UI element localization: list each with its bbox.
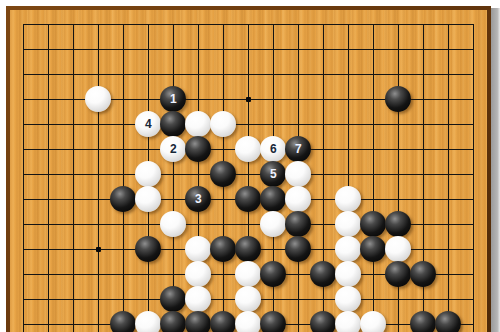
stone-black: 3 <box>185 186 211 212</box>
stone-white <box>160 211 186 237</box>
stone-black <box>310 261 336 287</box>
grid-vline <box>98 24 99 332</box>
board-drop-shadow <box>491 8 500 332</box>
stone-white <box>285 161 311 187</box>
move-number-label: 4 <box>145 118 152 130</box>
stone-black <box>235 186 261 212</box>
grid-hline <box>23 49 474 50</box>
stone-white: 2 <box>160 136 186 162</box>
stone-white <box>235 261 261 287</box>
grid-vline <box>473 24 474 332</box>
stone-white <box>335 186 361 212</box>
stone-white <box>235 286 261 312</box>
grid-vline <box>23 24 24 332</box>
grid-vline <box>448 24 449 332</box>
stone-white <box>335 211 361 237</box>
stone-white <box>285 186 311 212</box>
stone-black <box>285 211 311 237</box>
stone-black <box>360 236 386 262</box>
stone-white <box>185 236 211 262</box>
stone-black <box>410 261 436 287</box>
stone-white <box>185 111 211 137</box>
star-point <box>96 247 101 252</box>
grid-vline <box>73 24 74 332</box>
stone-black: 7 <box>285 136 311 162</box>
stone-black <box>185 136 211 162</box>
stone-black <box>385 211 411 237</box>
stone-white <box>210 111 236 137</box>
stone-black <box>210 161 236 187</box>
grid-hline <box>23 174 474 175</box>
stone-white <box>385 236 411 262</box>
stone-black <box>210 236 236 262</box>
stone-black <box>160 286 186 312</box>
stone-black <box>160 111 186 137</box>
stone-white <box>335 236 361 262</box>
stone-white <box>185 286 211 312</box>
grid-vline <box>123 24 124 332</box>
stone-white <box>135 186 161 212</box>
move-number-label: 7 <box>295 143 302 155</box>
stone-black <box>110 186 136 212</box>
stone-white <box>335 261 361 287</box>
stone-white <box>335 286 361 312</box>
grid-hline <box>23 24 474 25</box>
stone-black <box>260 186 286 212</box>
stone-white <box>185 261 211 287</box>
move-number-label: 3 <box>195 193 202 205</box>
star-point <box>246 97 251 102</box>
stone-black <box>285 236 311 262</box>
move-number-label: 5 <box>270 168 277 180</box>
stone-black <box>385 86 411 112</box>
move-number-label: 2 <box>170 143 177 155</box>
grid-vline <box>48 24 49 332</box>
go-board[interactable]: 1426753 <box>0 0 500 332</box>
grid-vline <box>373 24 374 332</box>
stone-white: 6 <box>260 136 286 162</box>
stone-white <box>235 136 261 162</box>
stone-black <box>360 211 386 237</box>
stone-black: 5 <box>260 161 286 187</box>
stone-black <box>235 236 261 262</box>
stone-white <box>135 161 161 187</box>
stone-white <box>85 86 111 112</box>
grid-hline <box>23 124 474 125</box>
stone-black <box>260 261 286 287</box>
stone-black <box>385 261 411 287</box>
stone-black <box>135 236 161 262</box>
stone-white: 4 <box>135 111 161 137</box>
grid-hline <box>23 74 474 75</box>
move-number-label: 1 <box>170 93 177 105</box>
stone-white <box>260 211 286 237</box>
stone-black: 1 <box>160 86 186 112</box>
move-number-label: 6 <box>270 143 277 155</box>
